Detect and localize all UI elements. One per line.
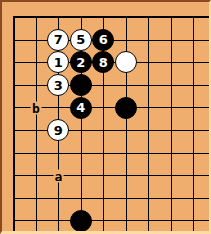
intersection[interactable] [138,165,161,188]
intersection[interactable] [183,142,210,165]
white-stone-move-5: 5 [70,29,92,51]
white-stone-move-3: 3 [47,74,69,96]
black-stone [70,74,92,96]
intersection[interactable] [160,7,183,30]
intersection[interactable] [48,187,71,210]
intersection[interactable]: 2 [70,52,93,75]
intersection[interactable] [160,97,183,120]
intersection[interactable] [160,120,183,143]
intersection[interactable] [183,120,210,143]
intersection[interactable] [138,29,161,52]
intersection[interactable] [3,97,26,120]
intersection[interactable] [160,142,183,165]
intersection[interactable] [25,142,48,165]
black-stone [115,97,137,119]
intersection[interactable] [115,165,138,188]
intersection[interactable] [183,97,210,120]
intersection[interactable] [3,120,26,143]
intersection[interactable] [115,52,138,75]
intersection[interactable] [115,97,138,120]
intersection[interactable] [138,52,161,75]
intersection[interactable] [93,120,116,143]
black-stone-move-6: 6 [92,29,114,51]
intersection[interactable] [3,7,26,30]
white-stone-move-9: 9 [47,119,69,141]
intersection[interactable]: a [48,165,71,188]
intersection[interactable] [93,187,116,210]
point-label-a: a [53,169,64,182]
white-stone [115,51,137,73]
go-board-diagram: 7561283b49a [0,0,211,234]
intersection[interactable] [25,29,48,52]
intersection[interactable] [183,7,210,30]
intersection[interactable] [3,29,26,52]
intersection[interactable] [93,142,116,165]
intersection[interactable] [183,74,210,97]
intersection[interactable]: 6 [93,29,116,52]
board-grid: 7561283b49a [3,7,210,234]
black-stone [70,210,92,232]
intersection[interactable]: 5 [70,29,93,52]
intersection[interactable]: 4 [70,97,93,120]
black-stone-move-2: 2 [70,51,92,73]
intersection[interactable] [138,142,161,165]
intersection[interactable] [3,74,26,97]
intersection[interactable] [3,187,26,210]
intersection[interactable] [160,74,183,97]
intersection[interactable] [70,165,93,188]
intersection[interactable] [48,7,71,30]
intersection[interactable] [138,74,161,97]
intersection[interactable] [93,97,116,120]
intersection[interactable] [70,7,93,30]
intersection[interactable]: 9 [48,120,71,143]
intersection[interactable] [25,187,48,210]
intersection[interactable] [93,7,116,30]
intersection[interactable] [70,120,93,143]
intersection[interactable] [70,142,93,165]
intersection[interactable] [138,120,161,143]
intersection[interactable] [3,52,26,75]
intersection[interactable] [93,210,116,234]
intersection[interactable] [115,142,138,165]
intersection[interactable] [48,210,71,234]
intersection[interactable]: 7 [48,29,71,52]
intersection[interactable] [138,210,161,234]
intersection[interactable] [48,97,71,120]
intersection[interactable] [183,52,210,75]
intersection[interactable] [25,165,48,188]
intersection[interactable] [183,29,210,52]
intersection[interactable] [25,210,48,234]
intersection[interactable] [3,142,26,165]
intersection[interactable] [115,187,138,210]
intersection[interactable]: 1 [48,52,71,75]
intersection[interactable] [25,120,48,143]
intersection[interactable] [93,74,116,97]
intersection[interactable] [115,29,138,52]
black-stone-move-4: 4 [70,97,92,119]
black-stone-move-8: 8 [92,51,114,73]
white-stone-move-1: 1 [47,51,69,73]
intersection[interactable] [115,120,138,143]
intersection[interactable] [25,74,48,97]
intersection[interactable] [138,187,161,210]
intersection[interactable] [48,142,71,165]
intersection[interactable] [70,187,93,210]
intersection[interactable]: 3 [48,74,71,97]
intersection[interactable] [183,165,210,188]
intersection[interactable] [183,187,210,210]
intersection[interactable] [25,52,48,75]
point-label-b: b [31,101,42,114]
intersection[interactable] [70,74,93,97]
intersection[interactable] [160,29,183,52]
intersection[interactable] [160,165,183,188]
intersection[interactable] [93,165,116,188]
intersection[interactable] [160,210,183,234]
intersection[interactable] [70,210,93,234]
intersection[interactable] [138,97,161,120]
intersection[interactable]: b [25,97,48,120]
intersection[interactable] [183,210,210,234]
intersection[interactable] [115,210,138,234]
intersection[interactable] [115,7,138,30]
intersection[interactable] [25,7,48,30]
intersection[interactable] [3,165,26,188]
intersection[interactable] [138,7,161,30]
white-stone-move-7: 7 [47,29,69,51]
intersection[interactable] [115,74,138,97]
intersection[interactable] [160,187,183,210]
intersection[interactable]: 8 [93,52,116,75]
intersection[interactable] [160,52,183,75]
intersection[interactable] [3,210,26,234]
